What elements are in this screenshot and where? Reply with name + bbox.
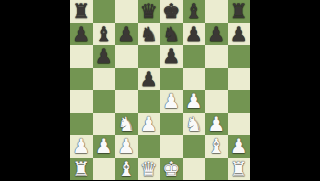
piece-white-king[interactable]: ♚ [162, 157, 180, 180]
square-h8[interactable]: ♜ [228, 0, 251, 23]
piece-black-knight[interactable]: ♞ [162, 22, 180, 45]
piece-white-pawn[interactable]: ♟ [207, 112, 225, 135]
square-h5[interactable] [228, 68, 251, 91]
square-f8[interactable]: ♝ [183, 0, 206, 23]
piece-white-queen[interactable]: ♛ [140, 157, 158, 180]
square-c1[interactable]: ♝ [115, 158, 138, 181]
square-a7[interactable]: ♟ [70, 23, 93, 46]
square-h3[interactable] [228, 113, 251, 136]
square-f4[interactable]: ♟ [183, 90, 206, 113]
piece-white-pawn[interactable]: ♟ [72, 135, 90, 158]
square-c4[interactable] [115, 90, 138, 113]
piece-white-rook[interactable]: ♜ [230, 157, 248, 180]
piece-black-pawn[interactable]: ♟ [140, 67, 158, 90]
square-g6[interactable] [205, 45, 228, 68]
piece-white-bishop[interactable]: ♝ [207, 135, 225, 158]
piece-white-bishop[interactable]: ♝ [117, 157, 135, 180]
square-b1[interactable] [93, 158, 116, 181]
piece-black-pawn[interactable]: ♟ [95, 45, 113, 68]
piece-black-pawn[interactable]: ♟ [230, 22, 248, 45]
chess-board: ♜♛♚♝♜♟♝♟♞♞♟♟♟♟♟♟♟♟♞♟♞♟♟♟♟♝♟♜♝♛♚♜ [70, 0, 250, 180]
square-c7[interactable]: ♟ [115, 23, 138, 46]
square-f6[interactable] [183, 45, 206, 68]
piece-black-pawn[interactable]: ♟ [185, 22, 203, 45]
piece-white-rook[interactable]: ♜ [72, 157, 90, 180]
square-e5[interactable] [160, 68, 183, 91]
square-b6[interactable]: ♟ [93, 45, 116, 68]
square-h7[interactable]: ♟ [228, 23, 251, 46]
square-e6[interactable]: ♟ [160, 45, 183, 68]
screenshot-stage: ♜♛♚♝♜♟♝♟♞♞♟♟♟♟♟♟♟♟♞♟♞♟♟♟♟♝♟♜♝♛♚♜ [0, 0, 320, 180]
square-d8[interactable]: ♛ [138, 0, 161, 23]
piece-black-bishop[interactable]: ♝ [95, 22, 113, 45]
piece-white-pawn[interactable]: ♟ [162, 90, 180, 113]
square-h4[interactable] [228, 90, 251, 113]
square-f5[interactable] [183, 68, 206, 91]
square-h2[interactable]: ♟ [228, 135, 251, 158]
square-b5[interactable] [93, 68, 116, 91]
piece-white-pawn[interactable]: ♟ [95, 135, 113, 158]
square-e2[interactable] [160, 135, 183, 158]
square-d6[interactable] [138, 45, 161, 68]
square-f7[interactable]: ♟ [183, 23, 206, 46]
piece-white-pawn[interactable]: ♟ [117, 135, 135, 158]
piece-black-pawn[interactable]: ♟ [72, 22, 90, 45]
piece-black-pawn[interactable]: ♟ [117, 22, 135, 45]
square-a4[interactable] [70, 90, 93, 113]
square-e3[interactable] [160, 113, 183, 136]
square-e8[interactable]: ♚ [160, 0, 183, 23]
piece-white-knight[interactable]: ♞ [185, 112, 203, 135]
letterbox-left [0, 0, 70, 180]
piece-black-rook[interactable]: ♜ [72, 0, 90, 22]
square-c2[interactable]: ♟ [115, 135, 138, 158]
square-a2[interactable]: ♟ [70, 135, 93, 158]
square-h6[interactable] [228, 45, 251, 68]
piece-black-bishop[interactable]: ♝ [185, 0, 203, 22]
square-g1[interactable] [205, 158, 228, 181]
square-e4[interactable]: ♟ [160, 90, 183, 113]
square-c8[interactable] [115, 0, 138, 23]
square-f1[interactable] [183, 158, 206, 181]
square-d4[interactable] [138, 90, 161, 113]
square-e1[interactable]: ♚ [160, 158, 183, 181]
square-a8[interactable]: ♜ [70, 0, 93, 23]
square-f2[interactable] [183, 135, 206, 158]
square-b8[interactable] [93, 0, 116, 23]
square-d2[interactable] [138, 135, 161, 158]
piece-black-pawn[interactable]: ♟ [162, 45, 180, 68]
square-c3[interactable]: ♞ [115, 113, 138, 136]
square-c6[interactable] [115, 45, 138, 68]
square-b7[interactable]: ♝ [93, 23, 116, 46]
square-g8[interactable] [205, 0, 228, 23]
square-g2[interactable]: ♝ [205, 135, 228, 158]
square-h1[interactable]: ♜ [228, 158, 251, 181]
piece-white-knight[interactable]: ♞ [117, 112, 135, 135]
square-a1[interactable]: ♜ [70, 158, 93, 181]
letterbox-right [250, 0, 320, 180]
piece-white-pawn[interactable]: ♟ [140, 112, 158, 135]
square-g5[interactable] [205, 68, 228, 91]
square-a6[interactable] [70, 45, 93, 68]
square-d1[interactable]: ♛ [138, 158, 161, 181]
piece-white-pawn[interactable]: ♟ [230, 135, 248, 158]
square-d3[interactable]: ♟ [138, 113, 161, 136]
square-a3[interactable] [70, 113, 93, 136]
square-c5[interactable] [115, 68, 138, 91]
piece-black-pawn[interactable]: ♟ [207, 22, 225, 45]
square-b2[interactable]: ♟ [93, 135, 116, 158]
piece-white-pawn[interactable]: ♟ [185, 90, 203, 113]
square-d7[interactable]: ♞ [138, 23, 161, 46]
square-g7[interactable]: ♟ [205, 23, 228, 46]
square-g4[interactable] [205, 90, 228, 113]
piece-black-king[interactable]: ♚ [162, 0, 180, 22]
piece-black-rook[interactable]: ♜ [230, 0, 248, 22]
square-e7[interactable]: ♞ [160, 23, 183, 46]
piece-black-queen[interactable]: ♛ [140, 0, 158, 22]
square-f3[interactable]: ♞ [183, 113, 206, 136]
square-g3[interactable]: ♟ [205, 113, 228, 136]
square-b3[interactable] [93, 113, 116, 136]
square-b4[interactable] [93, 90, 116, 113]
piece-black-knight[interactable]: ♞ [140, 22, 158, 45]
square-a5[interactable] [70, 68, 93, 91]
square-d5[interactable]: ♟ [138, 68, 161, 91]
